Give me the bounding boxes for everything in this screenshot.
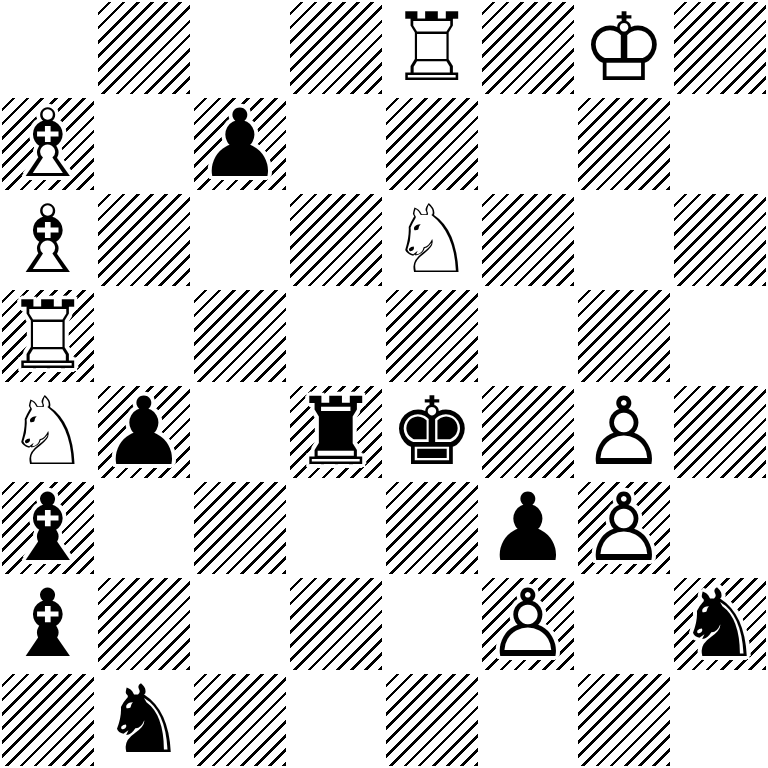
piece-glyph: ♗ [0,192,96,288]
piece-glyph: ♘ [0,384,96,480]
black-pawn: ♟♟ [480,480,576,576]
square-c1[interactable] [192,672,288,768]
black-knight: ♞♞ [672,576,768,672]
square-g2[interactable] [576,576,672,672]
piece-white-underlay: ♞ [672,576,768,672]
white-rook: ♜♖ [0,288,96,384]
black-pawn: ♟♟ [192,96,288,192]
square-a3[interactable]: ♝♝ [0,480,96,576]
square-g1[interactable] [576,672,672,768]
square-g4[interactable]: ♟♙ [576,384,672,480]
square-e4[interactable]: ♚♚ [384,384,480,480]
chess-board: ♜♖♚♔♝♗♟♟♝♗♞♘♜♖♞♘♟♟♜♜♚♚♟♙♝♝♟♟♟♙♝♝♟♙♞♞♞♞ [0,0,768,768]
piece-white-underlay: ♜ [0,288,96,384]
square-d4[interactable]: ♜♜ [288,384,384,480]
black-king: ♚♚ [384,384,480,480]
piece-glyph: ♞ [96,672,192,768]
square-h4[interactable] [672,384,768,480]
square-h6[interactable] [672,192,768,288]
square-d8[interactable] [288,0,384,96]
square-b5[interactable] [96,288,192,384]
piece-white-underlay: ♝ [0,192,96,288]
piece-glyph: ♝ [0,480,96,576]
piece-glyph: ♔ [576,0,672,96]
piece-glyph: ♟ [96,384,192,480]
square-a5[interactable]: ♜♖ [0,288,96,384]
piece-white-underlay: ♝ [0,96,96,192]
piece-white-underlay: ♞ [96,672,192,768]
square-d5[interactable] [288,288,384,384]
square-a7[interactable]: ♝♗ [0,96,96,192]
piece-glyph: ♖ [0,288,96,384]
square-e1[interactable] [384,672,480,768]
square-e7[interactable] [384,96,480,192]
square-e5[interactable] [384,288,480,384]
square-f6[interactable] [480,192,576,288]
piece-white-underlay: ♝ [0,480,96,576]
black-bishop: ♝♝ [0,480,96,576]
square-h2[interactable]: ♞♞ [672,576,768,672]
square-c4[interactable] [192,384,288,480]
square-g5[interactable] [576,288,672,384]
square-d7[interactable] [288,96,384,192]
square-e6[interactable]: ♞♘ [384,192,480,288]
square-h3[interactable] [672,480,768,576]
piece-white-underlay: ♟ [480,480,576,576]
square-f7[interactable] [480,96,576,192]
square-a4[interactable]: ♞♘ [0,384,96,480]
square-a2[interactable]: ♝♝ [0,576,96,672]
square-h7[interactable] [672,96,768,192]
square-e8[interactable]: ♜♖ [384,0,480,96]
white-bishop: ♝♗ [0,96,96,192]
piece-glyph: ♗ [0,96,96,192]
piece-white-underlay: ♚ [384,384,480,480]
piece-glyph: ♙ [480,576,576,672]
black-knight: ♞♞ [96,672,192,768]
piece-white-underlay: ♟ [576,480,672,576]
square-b2[interactable] [96,576,192,672]
square-f8[interactable] [480,0,576,96]
square-a1[interactable] [0,672,96,768]
white-bishop: ♝♗ [0,192,96,288]
piece-white-underlay: ♟ [480,576,576,672]
square-b6[interactable] [96,192,192,288]
piece-glyph: ♝ [0,576,96,672]
piece-glyph: ♙ [576,480,672,576]
piece-white-underlay: ♟ [576,384,672,480]
white-pawn: ♟♙ [576,480,672,576]
square-c7[interactable]: ♟♟ [192,96,288,192]
square-f3[interactable]: ♟♟ [480,480,576,576]
square-d2[interactable] [288,576,384,672]
white-knight: ♞♘ [0,384,96,480]
square-b1[interactable]: ♞♞ [96,672,192,768]
square-h8[interactable] [672,0,768,96]
square-e2[interactable] [384,576,480,672]
square-d1[interactable] [288,672,384,768]
piece-white-underlay: ♞ [0,384,96,480]
square-e3[interactable] [384,480,480,576]
white-rook: ♜♖ [384,0,480,96]
black-pawn: ♟♟ [96,384,192,480]
square-h1[interactable] [672,672,768,768]
square-c8[interactable] [192,0,288,96]
piece-white-underlay: ♟ [96,384,192,480]
square-b3[interactable] [96,480,192,576]
piece-white-underlay: ♚ [576,0,672,96]
square-c3[interactable] [192,480,288,576]
square-g3[interactable]: ♟♙ [576,480,672,576]
square-f4[interactable] [480,384,576,480]
piece-white-underlay: ♜ [288,384,384,480]
square-b8[interactable] [96,0,192,96]
square-c6[interactable] [192,192,288,288]
piece-glyph: ♖ [384,0,480,96]
piece-glyph: ♘ [384,192,480,288]
square-a6[interactable]: ♝♗ [0,192,96,288]
black-rook: ♜♜ [288,384,384,480]
white-king: ♚♔ [576,0,672,96]
square-g6[interactable] [576,192,672,288]
square-b4[interactable]: ♟♟ [96,384,192,480]
square-d6[interactable] [288,192,384,288]
white-pawn: ♟♙ [576,384,672,480]
square-h5[interactable] [672,288,768,384]
piece-glyph: ♙ [576,384,672,480]
chessboard-diagram: ♜♖♚♔♝♗♟♟♝♗♞♘♜♖♞♘♟♟♜♜♚♚♟♙♝♝♟♟♟♙♝♝♟♙♞♞♞♞ [0,0,768,768]
piece-glyph: ♚ [384,384,480,480]
piece-white-underlay: ♟ [192,96,288,192]
square-f5[interactable] [480,288,576,384]
piece-glyph: ♟ [480,480,576,576]
square-g7[interactable] [576,96,672,192]
square-a8[interactable] [0,0,96,96]
square-c2[interactable] [192,576,288,672]
square-f1[interactable] [480,672,576,768]
black-bishop: ♝♝ [0,576,96,672]
square-g8[interactable]: ♚♔ [576,0,672,96]
square-b7[interactable] [96,96,192,192]
piece-white-underlay: ♝ [0,576,96,672]
white-pawn: ♟♙ [480,576,576,672]
square-f2[interactable]: ♟♙ [480,576,576,672]
piece-white-underlay: ♜ [384,0,480,96]
piece-glyph: ♞ [672,576,768,672]
square-d3[interactable] [288,480,384,576]
piece-white-underlay: ♞ [384,192,480,288]
square-c5[interactable] [192,288,288,384]
white-knight: ♞♘ [384,192,480,288]
piece-glyph: ♟ [192,96,288,192]
piece-glyph: ♜ [288,384,384,480]
